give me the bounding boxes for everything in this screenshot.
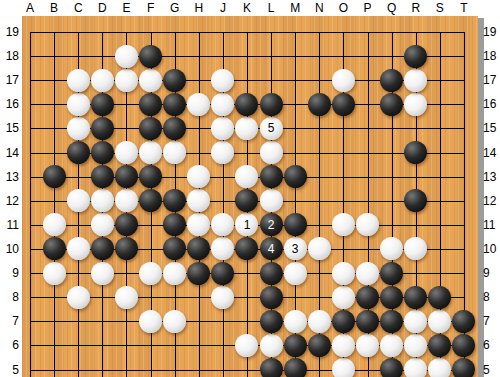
row-label: 15 — [0, 121, 19, 136]
go-board[interactable]: 43125 — [22, 16, 478, 377]
row-label: 14 — [483, 146, 500, 161]
stone-white[interactable] — [115, 69, 138, 92]
stone-white[interactable] — [356, 262, 379, 285]
row-label: 19 — [0, 25, 19, 40]
stone-white[interactable] — [332, 358, 355, 377]
row-label: 17 — [0, 73, 19, 88]
stone-white[interactable] — [139, 262, 162, 285]
row-label: 5 — [483, 363, 500, 377]
stone-black[interactable] — [91, 93, 114, 116]
stone-white[interactable] — [211, 286, 234, 309]
stone-black[interactable] — [308, 334, 331, 357]
stone-black[interactable] — [380, 358, 403, 377]
stone-white[interactable] — [211, 69, 234, 92]
stone-black[interactable]: 2 — [260, 213, 283, 236]
stone-white[interactable] — [67, 93, 90, 116]
row-label: 10 — [483, 242, 500, 257]
stone-white[interactable] — [260, 141, 283, 164]
stone-black[interactable] — [356, 310, 379, 333]
stone-black[interactable] — [163, 69, 186, 92]
stone-white[interactable] — [67, 286, 90, 309]
row-label: 7 — [0, 314, 19, 329]
stone-white[interactable] — [91, 189, 114, 212]
stone-black[interactable] — [380, 310, 403, 333]
stone-white[interactable] — [404, 69, 427, 92]
row-label: 14 — [0, 146, 19, 161]
column-label: C — [66, 1, 90, 16]
stone-white[interactable]: 5 — [260, 117, 283, 140]
stone-black[interactable] — [139, 117, 162, 140]
stone-black[interactable]: 4 — [260, 237, 283, 260]
stone-white[interactable] — [43, 262, 66, 285]
row-label: 13 — [483, 170, 500, 185]
column-label: R — [404, 1, 428, 16]
stone-black[interactable] — [43, 165, 66, 188]
stone-black[interactable] — [404, 286, 427, 309]
row-label: 7 — [483, 314, 500, 329]
stone-black[interactable] — [91, 117, 114, 140]
column-label: Q — [380, 1, 404, 16]
stone-white[interactable] — [404, 310, 427, 333]
column-label: T — [452, 1, 476, 16]
stone-black[interactable] — [284, 334, 307, 357]
grid-line-vertical — [54, 32, 55, 377]
stone-black[interactable] — [260, 358, 283, 377]
row-label: 6 — [483, 338, 500, 353]
stone-black[interactable] — [91, 165, 114, 188]
row-label: 8 — [0, 290, 19, 305]
stone-white[interactable] — [260, 189, 283, 212]
row-label: 18 — [483, 49, 500, 64]
column-label: A — [18, 1, 42, 16]
stone-white[interactable] — [91, 262, 114, 285]
stone-white[interactable] — [67, 69, 90, 92]
row-label: 12 — [483, 194, 500, 209]
stone-black[interactable] — [91, 141, 114, 164]
stone-white[interactable] — [284, 310, 307, 333]
stone-white[interactable] — [43, 213, 66, 236]
row-label: 18 — [0, 49, 19, 64]
row-label: 6 — [0, 338, 19, 353]
stone-white[interactable] — [115, 286, 138, 309]
stone-black[interactable] — [380, 262, 403, 285]
stone-white[interactable] — [163, 262, 186, 285]
stone-black[interactable] — [332, 93, 355, 116]
stone-black[interactable] — [187, 262, 210, 285]
stone-white[interactable] — [380, 334, 403, 357]
row-label: 10 — [0, 242, 19, 257]
stone-black[interactable] — [428, 286, 451, 309]
stone-black[interactable] — [260, 165, 283, 188]
grid-line-vertical — [30, 32, 31, 377]
column-label: D — [90, 1, 114, 16]
stone-black[interactable] — [67, 141, 90, 164]
stone-white[interactable] — [260, 334, 283, 357]
column-label: G — [163, 1, 187, 16]
stone-white[interactable] — [332, 334, 355, 357]
stone-white[interactable] — [67, 117, 90, 140]
stone-black[interactable] — [308, 93, 331, 116]
row-label: 9 — [483, 266, 500, 281]
stone-white[interactable] — [163, 310, 186, 333]
stone-white[interactable] — [356, 334, 379, 357]
stone-black[interactable] — [380, 69, 403, 92]
stone-black[interactable] — [356, 286, 379, 309]
stone-white[interactable] — [404, 93, 427, 116]
row-label: 11 — [483, 218, 500, 233]
stone-black[interactable] — [211, 262, 234, 285]
row-label: 15 — [483, 121, 500, 136]
stone-black[interactable] — [284, 358, 307, 377]
column-label: J — [211, 1, 235, 16]
row-label: 8 — [483, 290, 500, 305]
row-label: 17 — [483, 73, 500, 88]
stone-black[interactable] — [404, 45, 427, 68]
column-label: P — [356, 1, 380, 16]
stone-black[interactable] — [284, 165, 307, 188]
row-label: 11 — [0, 218, 19, 233]
row-label: 12 — [0, 194, 19, 209]
stone-white[interactable] — [115, 45, 138, 68]
stone-black[interactable] — [115, 165, 138, 188]
stone-white[interactable] — [428, 358, 451, 377]
stone-black[interactable] — [163, 93, 186, 116]
column-label: E — [114, 1, 138, 16]
stone-white[interactable] — [332, 262, 355, 285]
stone-white[interactable] — [139, 310, 162, 333]
stone-white[interactable] — [332, 286, 355, 309]
row-label: 16 — [483, 97, 500, 112]
stone-white[interactable] — [139, 141, 162, 164]
stone-white[interactable] — [139, 69, 162, 92]
stone-black[interactable] — [380, 93, 403, 116]
stone-black[interactable] — [163, 117, 186, 140]
stone-white[interactable] — [308, 310, 331, 333]
column-label: O — [331, 1, 355, 16]
column-label: L — [259, 1, 283, 16]
stone-black[interactable] — [380, 286, 403, 309]
stone-black[interactable] — [260, 310, 283, 333]
column-label: K — [235, 1, 259, 16]
stone-black[interactable] — [139, 93, 162, 116]
column-label: B — [42, 1, 66, 16]
go-board-screen: 43125 ABCDEFGHJKLMNOPQRST 19181716151413… — [0, 0, 500, 377]
row-label: 19 — [483, 25, 500, 40]
row-label: 5 — [0, 363, 19, 377]
stone-white[interactable] — [332, 69, 355, 92]
stone-black[interactable] — [43, 237, 66, 260]
column-label: F — [139, 1, 163, 16]
stone-black[interactable] — [260, 262, 283, 285]
column-label: M — [283, 1, 307, 16]
stone-white[interactable] — [115, 141, 138, 164]
stone-white[interactable] — [404, 358, 427, 377]
stone-white[interactable] — [284, 262, 307, 285]
stone-white[interactable] — [187, 93, 210, 116]
stone-black[interactable] — [332, 310, 355, 333]
stone-black[interactable] — [260, 286, 283, 309]
stone-black[interactable] — [452, 358, 475, 377]
stone-white[interactable] — [91, 69, 114, 92]
stone-black[interactable] — [284, 213, 307, 236]
column-label: N — [307, 1, 331, 16]
row-label: 16 — [0, 97, 19, 112]
stone-black[interactable] — [139, 45, 162, 68]
row-label: 9 — [0, 266, 19, 281]
column-label: S — [428, 1, 452, 16]
stone-white[interactable] — [67, 189, 90, 212]
row-label: 13 — [0, 170, 19, 185]
stone-black[interactable] — [260, 93, 283, 116]
column-label: H — [187, 1, 211, 16]
